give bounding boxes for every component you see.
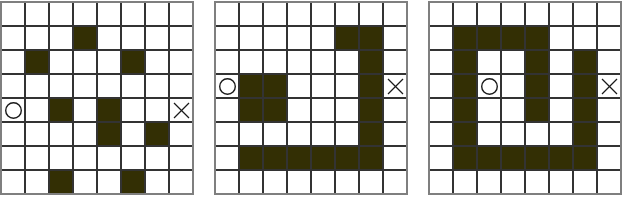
obstacle-cell <box>454 51 476 73</box>
empty-cell <box>312 51 334 73</box>
empty-cell <box>240 3 262 25</box>
empty-cell <box>122 147 144 169</box>
empty-cell <box>122 75 144 97</box>
empty-cell <box>50 147 72 169</box>
empty-cell <box>170 147 192 169</box>
empty-cell <box>360 3 382 25</box>
empty-cell <box>478 99 500 121</box>
obstacle-cell <box>360 123 382 145</box>
empty-cell <box>550 123 572 145</box>
empty-cell <box>2 147 24 169</box>
empty-cell <box>430 51 452 73</box>
empty-cell <box>146 75 168 97</box>
empty-cell <box>336 99 358 121</box>
goal-cell <box>384 75 406 97</box>
empty-cell <box>74 51 96 73</box>
obstacle-cell <box>336 147 358 169</box>
empty-cell <box>336 51 358 73</box>
empty-cell <box>312 123 334 145</box>
empty-cell <box>598 3 620 25</box>
empty-cell <box>146 27 168 49</box>
empty-cell <box>26 99 48 121</box>
puzzle-canvas <box>0 0 622 199</box>
board-2 <box>214 1 408 195</box>
empty-cell <box>502 123 524 145</box>
obstacle-cell <box>264 147 286 169</box>
empty-cell <box>50 75 72 97</box>
start-marker-circle-icon <box>218 77 237 96</box>
empty-cell <box>26 75 48 97</box>
empty-cell <box>170 27 192 49</box>
empty-cell <box>598 51 620 73</box>
obstacle-cell <box>360 99 382 121</box>
obstacle-cell <box>264 75 286 97</box>
obstacle-cell <box>454 147 476 169</box>
empty-cell <box>550 51 572 73</box>
empty-cell <box>170 171 192 193</box>
empty-cell <box>50 27 72 49</box>
board-1 <box>0 1 194 195</box>
obstacle-cell <box>240 99 262 121</box>
empty-cell <box>430 147 452 169</box>
empty-cell <box>598 99 620 121</box>
empty-cell <box>216 99 238 121</box>
empty-cell <box>170 51 192 73</box>
empty-cell <box>574 171 596 193</box>
obstacle-cell <box>312 147 334 169</box>
empty-cell <box>146 99 168 121</box>
empty-cell <box>122 27 144 49</box>
empty-cell <box>430 99 452 121</box>
empty-cell <box>26 171 48 193</box>
empty-cell <box>312 75 334 97</box>
empty-cell <box>598 27 620 49</box>
obstacle-cell <box>360 51 382 73</box>
obstacle-cell <box>526 75 548 97</box>
empty-cell <box>170 75 192 97</box>
empty-cell <box>384 51 406 73</box>
goal-marker-x-icon <box>386 77 405 96</box>
empty-cell <box>264 3 286 25</box>
obstacle-cell <box>50 99 72 121</box>
empty-cell <box>384 99 406 121</box>
empty-cell <box>288 27 310 49</box>
obstacle-cell <box>122 51 144 73</box>
empty-cell <box>216 3 238 25</box>
obstacle-cell <box>550 147 572 169</box>
obstacle-cell <box>526 27 548 49</box>
empty-cell <box>526 171 548 193</box>
empty-cell <box>288 171 310 193</box>
puzzle-boards <box>0 0 622 195</box>
start-marker-circle-icon <box>4 101 23 120</box>
obstacle-cell <box>336 27 358 49</box>
obstacle-cell <box>264 99 286 121</box>
empty-cell <box>240 123 262 145</box>
empty-cell <box>146 147 168 169</box>
empty-cell <box>2 171 24 193</box>
empty-cell <box>216 27 238 49</box>
empty-cell <box>26 123 48 145</box>
obstacle-cell <box>454 99 476 121</box>
empty-cell <box>122 123 144 145</box>
empty-cell <box>360 171 382 193</box>
empty-cell <box>170 3 192 25</box>
obstacle-cell <box>526 147 548 169</box>
obstacle-cell <box>478 27 500 49</box>
obstacle-cell <box>98 123 120 145</box>
empty-cell <box>26 147 48 169</box>
empty-cell <box>98 75 120 97</box>
empty-cell <box>430 3 452 25</box>
obstacle-cell <box>574 75 596 97</box>
empty-cell <box>288 99 310 121</box>
obstacle-cell <box>454 75 476 97</box>
empty-cell <box>336 75 358 97</box>
empty-cell <box>2 27 24 49</box>
empty-cell <box>216 171 238 193</box>
empty-cell <box>384 27 406 49</box>
empty-cell <box>26 27 48 49</box>
obstacle-cell <box>240 147 262 169</box>
obstacle-cell <box>50 171 72 193</box>
empty-cell <box>550 99 572 121</box>
empty-cell <box>264 123 286 145</box>
empty-cell <box>98 147 120 169</box>
goal-marker-x-icon <box>600 77 619 96</box>
empty-cell <box>50 3 72 25</box>
obstacle-cell <box>574 123 596 145</box>
empty-cell <box>478 123 500 145</box>
empty-cell <box>430 123 452 145</box>
empty-cell <box>478 51 500 73</box>
empty-cell <box>240 51 262 73</box>
empty-cell <box>74 147 96 169</box>
empty-cell <box>216 147 238 169</box>
empty-cell <box>550 3 572 25</box>
empty-cell <box>98 27 120 49</box>
empty-cell <box>288 3 310 25</box>
start-cell <box>478 75 500 97</box>
obstacle-cell <box>360 27 382 49</box>
empty-cell <box>430 171 452 193</box>
empty-cell <box>502 171 524 193</box>
empty-cell <box>74 99 96 121</box>
start-cell <box>216 75 238 97</box>
empty-cell <box>2 51 24 73</box>
obstacle-cell <box>240 75 262 97</box>
empty-cell <box>98 3 120 25</box>
obstacle-cell <box>526 99 548 121</box>
empty-cell <box>598 147 620 169</box>
empty-cell <box>502 3 524 25</box>
empty-cell <box>526 3 548 25</box>
empty-cell <box>312 3 334 25</box>
empty-cell <box>598 171 620 193</box>
obstacle-cell <box>26 51 48 73</box>
empty-cell <box>550 75 572 97</box>
obstacle-cell <box>288 147 310 169</box>
empty-cell <box>478 3 500 25</box>
empty-cell <box>216 123 238 145</box>
empty-cell <box>384 123 406 145</box>
empty-cell <box>264 27 286 49</box>
empty-cell <box>384 171 406 193</box>
obstacle-cell <box>502 147 524 169</box>
empty-cell <box>430 75 452 97</box>
empty-cell <box>146 3 168 25</box>
obstacle-cell <box>74 27 96 49</box>
start-marker-circle-icon <box>480 77 499 96</box>
empty-cell <box>384 147 406 169</box>
empty-cell <box>384 3 406 25</box>
obstacle-cell <box>454 27 476 49</box>
empty-cell <box>216 51 238 73</box>
empty-cell <box>598 123 620 145</box>
obstacle-cell <box>574 99 596 121</box>
obstacle-cell <box>454 123 476 145</box>
empty-cell <box>478 171 500 193</box>
empty-cell <box>502 51 524 73</box>
obstacle-cell <box>122 171 144 193</box>
empty-cell <box>74 3 96 25</box>
empty-cell <box>98 171 120 193</box>
empty-cell <box>170 123 192 145</box>
empty-cell <box>336 3 358 25</box>
empty-cell <box>146 51 168 73</box>
empty-cell <box>264 171 286 193</box>
empty-cell <box>312 171 334 193</box>
empty-cell <box>288 51 310 73</box>
empty-cell <box>50 123 72 145</box>
empty-cell <box>264 51 286 73</box>
empty-cell <box>454 171 476 193</box>
empty-cell <box>240 171 262 193</box>
empty-cell <box>430 27 452 49</box>
empty-cell <box>288 75 310 97</box>
empty-cell <box>2 123 24 145</box>
empty-cell <box>240 27 262 49</box>
goal-marker-x-icon <box>172 101 191 120</box>
obstacle-cell <box>574 51 596 73</box>
goal-cell <box>170 99 192 121</box>
empty-cell <box>574 27 596 49</box>
empty-cell <box>526 123 548 145</box>
empty-cell <box>122 99 144 121</box>
empty-cell <box>336 123 358 145</box>
empty-cell <box>26 3 48 25</box>
goal-cell <box>598 75 620 97</box>
empty-cell <box>74 123 96 145</box>
empty-cell <box>312 27 334 49</box>
obstacle-cell <box>574 147 596 169</box>
obstacle-cell <box>360 147 382 169</box>
obstacle-cell <box>502 27 524 49</box>
obstacle-cell <box>478 147 500 169</box>
empty-cell <box>98 51 120 73</box>
empty-cell <box>502 75 524 97</box>
empty-cell <box>336 171 358 193</box>
empty-cell <box>288 123 310 145</box>
empty-cell <box>74 171 96 193</box>
board-3 <box>428 1 622 195</box>
empty-cell <box>502 99 524 121</box>
empty-cell <box>122 3 144 25</box>
empty-cell <box>574 3 596 25</box>
obstacle-cell <box>360 75 382 97</box>
empty-cell <box>50 51 72 73</box>
empty-cell <box>312 99 334 121</box>
empty-cell <box>2 3 24 25</box>
empty-cell <box>74 75 96 97</box>
empty-cell <box>454 3 476 25</box>
start-cell <box>2 99 24 121</box>
empty-cell <box>146 171 168 193</box>
empty-cell <box>550 171 572 193</box>
obstacle-cell <box>146 123 168 145</box>
empty-cell <box>2 75 24 97</box>
obstacle-cell <box>526 51 548 73</box>
obstacle-cell <box>98 99 120 121</box>
empty-cell <box>550 27 572 49</box>
